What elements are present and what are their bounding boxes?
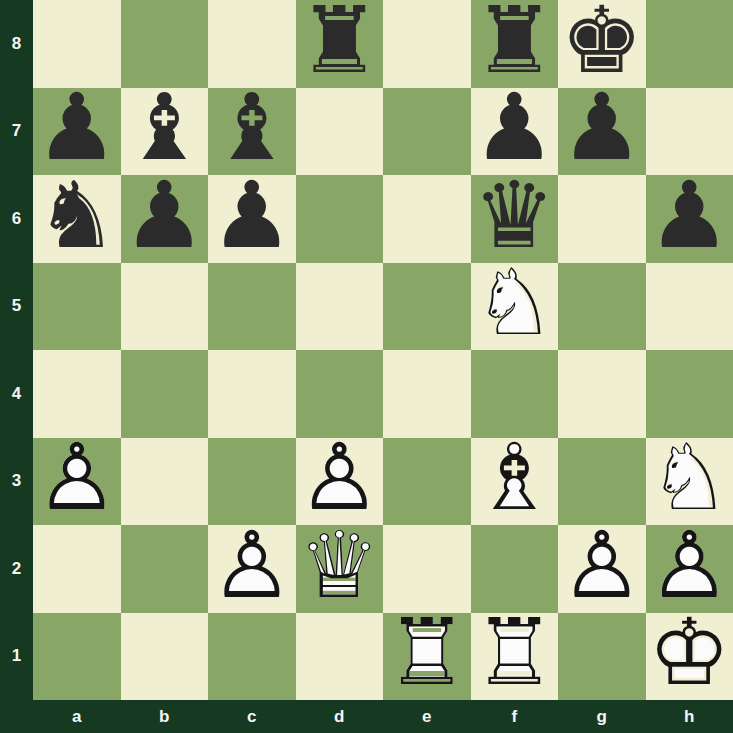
square-b8[interactable] [121,0,209,88]
square-h1[interactable]: ♚♔ [646,613,733,701]
square-b5[interactable] [121,263,209,351]
square-b1[interactable] [121,613,209,701]
square-c8[interactable] [208,0,296,88]
bishop-outline-icon: ♗ [471,435,559,523]
chess-board-frame: 87654321 ♜♜♚♟♝♝♟♟♞♟♟♛♟♞♘♟♙♟♙♝♗♞♘♟♙♛♕♟♙♟♙… [0,0,733,733]
pawn-outline-icon: ♙ [646,522,733,610]
square-b6[interactable]: ♟ [121,175,209,263]
black-pawn-f7[interactable]: ♟ [471,88,559,176]
square-e8[interactable] [383,0,471,88]
square-f1[interactable]: ♜♖ [471,613,559,701]
square-e7[interactable] [383,88,471,176]
square-b7[interactable]: ♝ [121,88,209,176]
pawn-outline-icon: ♙ [33,435,121,523]
black-knight-icon: ♞ [33,172,121,260]
square-e2[interactable] [383,525,471,613]
square-d8[interactable]: ♜ [296,0,384,88]
white-pawn-icon: ♟ [296,435,384,523]
rook-outline-icon: ♖ [471,610,559,698]
white-pawn-icon: ♟ [646,522,733,610]
black-pawn-b6[interactable]: ♟ [121,175,209,263]
black-queen-icon: ♛ [471,172,559,260]
file-label-a: a [33,700,121,733]
black-pawn-c6[interactable]: ♟ [208,175,296,263]
square-e1[interactable]: ♜♖ [383,613,471,701]
square-h3[interactable]: ♞♘ [646,438,733,526]
white-bishop-f3[interactable]: ♝♗ [471,438,559,526]
white-bishop-icon: ♝ [471,435,559,523]
square-d7[interactable] [296,88,384,176]
square-a5[interactable] [33,263,121,351]
black-bishop-icon: ♝ [208,85,296,173]
square-a6[interactable]: ♞ [33,175,121,263]
black-pawn-h6[interactable]: ♟ [646,175,733,263]
square-b4[interactable] [121,350,209,438]
square-c6[interactable]: ♟ [208,175,296,263]
square-e4[interactable] [383,350,471,438]
square-h2[interactable]: ♟♙ [646,525,733,613]
square-c7[interactable]: ♝ [208,88,296,176]
square-c5[interactable] [208,263,296,351]
black-king-icon: ♚ [558,0,646,85]
file-label-c: c [208,700,296,733]
square-d2[interactable]: ♛♕ [296,525,384,613]
pawn-outline-icon: ♙ [558,522,646,610]
king-outline-icon: ♔ [646,610,733,698]
square-g6[interactable] [558,175,646,263]
black-pawn-icon: ♟ [471,85,559,173]
file-label-f: f [471,700,559,733]
white-pawn-icon: ♟ [33,435,121,523]
white-king-icon: ♚ [646,610,733,698]
white-queen-d2[interactable]: ♛♕ [296,525,384,613]
square-d3[interactable]: ♟♙ [296,438,384,526]
white-knight-icon: ♞ [646,435,733,523]
black-pawn-icon: ♟ [208,172,296,260]
file-label-h: h [646,700,733,733]
white-rook-icon: ♜ [383,610,471,698]
white-rook-f1[interactable]: ♜♖ [471,613,559,701]
chess-board: ♜♜♚♟♝♝♟♟♞♟♟♛♟♞♘♟♙♟♙♝♗♞♘♟♙♛♕♟♙♟♙♜♖♜♖♚♔ [33,0,733,700]
rank-label-1: 1 [0,613,33,701]
square-e6[interactable] [383,175,471,263]
white-pawn-icon: ♟ [208,522,296,610]
square-f6[interactable]: ♛ [471,175,559,263]
white-rook-icon: ♜ [471,610,559,698]
square-a2[interactable] [33,525,121,613]
rank-label-6: 6 [0,175,33,263]
queen-outline-icon: ♕ [296,522,384,610]
black-king-g8[interactable]: ♚ [558,0,646,88]
rank-label-3: 3 [0,438,33,526]
square-g4[interactable] [558,350,646,438]
file-labels: abcdefgh [33,700,733,733]
black-pawn-icon: ♟ [33,85,121,173]
black-rook-d8[interactable]: ♜ [296,0,384,88]
square-f5[interactable]: ♞♘ [471,263,559,351]
white-rook-e1[interactable]: ♜♖ [383,613,471,701]
square-c4[interactable] [208,350,296,438]
square-h6[interactable]: ♟ [646,175,733,263]
black-rook-icon: ♜ [296,0,384,85]
black-queen-f6[interactable]: ♛ [471,175,559,263]
black-pawn-g7[interactable]: ♟ [558,88,646,176]
black-bishop-c7[interactable]: ♝ [208,88,296,176]
white-pawn-c2[interactable]: ♟♙ [208,525,296,613]
black-rook-f8[interactable]: ♜ [471,0,559,88]
square-h5[interactable] [646,263,733,351]
square-b3[interactable] [121,438,209,526]
rank-label-8: 8 [0,0,33,88]
rank-label-7: 7 [0,88,33,176]
white-knight-f5[interactable]: ♞♘ [471,263,559,351]
white-pawn-g2[interactable]: ♟♙ [558,525,646,613]
white-king-h1[interactable]: ♚♔ [646,613,733,701]
black-rook-icon: ♜ [471,0,559,85]
square-g2[interactable]: ♟♙ [558,525,646,613]
square-g3[interactable] [558,438,646,526]
square-f7[interactable]: ♟ [471,88,559,176]
file-label-g: g [558,700,646,733]
square-g8[interactable]: ♚ [558,0,646,88]
square-d1[interactable] [296,613,384,701]
square-h4[interactable] [646,350,733,438]
square-d5[interactable] [296,263,384,351]
file-label-b: b [121,700,209,733]
black-pawn-icon: ♟ [646,172,733,260]
square-f2[interactable] [471,525,559,613]
rook-outline-icon: ♖ [383,610,471,698]
square-c1[interactable] [208,613,296,701]
black-bishop-icon: ♝ [121,85,209,173]
square-b2[interactable] [121,525,209,613]
square-f3[interactable]: ♝♗ [471,438,559,526]
square-f8[interactable]: ♜ [471,0,559,88]
pawn-outline-icon: ♙ [208,522,296,610]
black-knight-a6[interactable]: ♞ [33,175,121,263]
square-d4[interactable] [296,350,384,438]
square-a3[interactable]: ♟♙ [33,438,121,526]
pawn-outline-icon: ♙ [296,435,384,523]
black-pawn-icon: ♟ [558,85,646,173]
knight-outline-icon: ♘ [646,435,733,523]
square-a8[interactable] [33,0,121,88]
square-g5[interactable] [558,263,646,351]
white-pawn-d3[interactable]: ♟♙ [296,438,384,526]
rank-label-2: 2 [0,525,33,613]
square-a1[interactable] [33,613,121,701]
white-pawn-a3[interactable]: ♟♙ [33,438,121,526]
black-pawn-a7[interactable]: ♟ [33,88,121,176]
white-knight-icon: ♞ [471,260,559,348]
rank-labels: 87654321 [0,0,33,700]
square-a4[interactable] [33,350,121,438]
file-label-e: e [383,700,471,733]
black-bishop-b7[interactable]: ♝ [121,88,209,176]
square-e3[interactable] [383,438,471,526]
square-g7[interactable]: ♟ [558,88,646,176]
white-pawn-icon: ♟ [558,522,646,610]
square-f4[interactable] [471,350,559,438]
square-d6[interactable] [296,175,384,263]
square-c2[interactable]: ♟♙ [208,525,296,613]
square-h8[interactable] [646,0,733,88]
knight-outline-icon: ♘ [471,260,559,348]
file-label-d: d [296,700,384,733]
white-pawn-h2[interactable]: ♟♙ [646,525,733,613]
square-g1[interactable] [558,613,646,701]
square-h7[interactable] [646,88,733,176]
square-c3[interactable] [208,438,296,526]
rank-label-5: 5 [0,263,33,351]
square-a7[interactable]: ♟ [33,88,121,176]
white-queen-icon: ♛ [296,522,384,610]
black-pawn-icon: ♟ [121,172,209,260]
rank-label-4: 4 [0,350,33,438]
white-knight-h3[interactable]: ♞♘ [646,438,733,526]
square-e5[interactable] [383,263,471,351]
